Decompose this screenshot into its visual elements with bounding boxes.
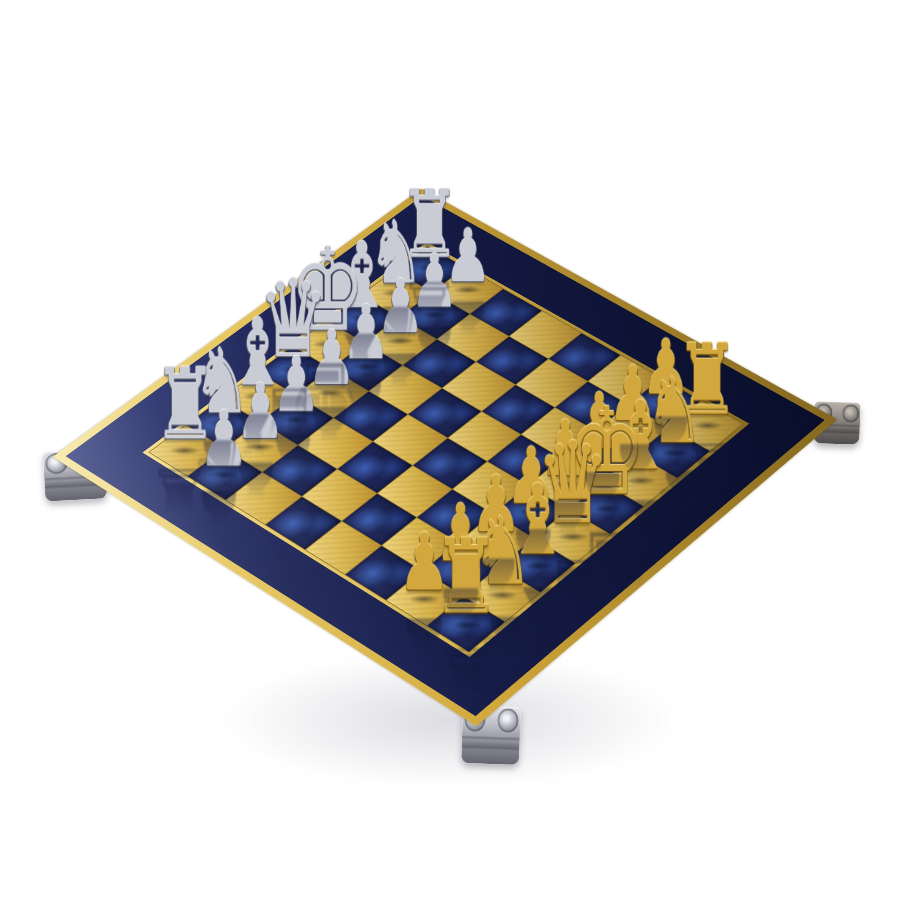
piece-reflection: ♟ bbox=[194, 478, 245, 556]
piece-reflection: ♜ bbox=[432, 632, 501, 737]
